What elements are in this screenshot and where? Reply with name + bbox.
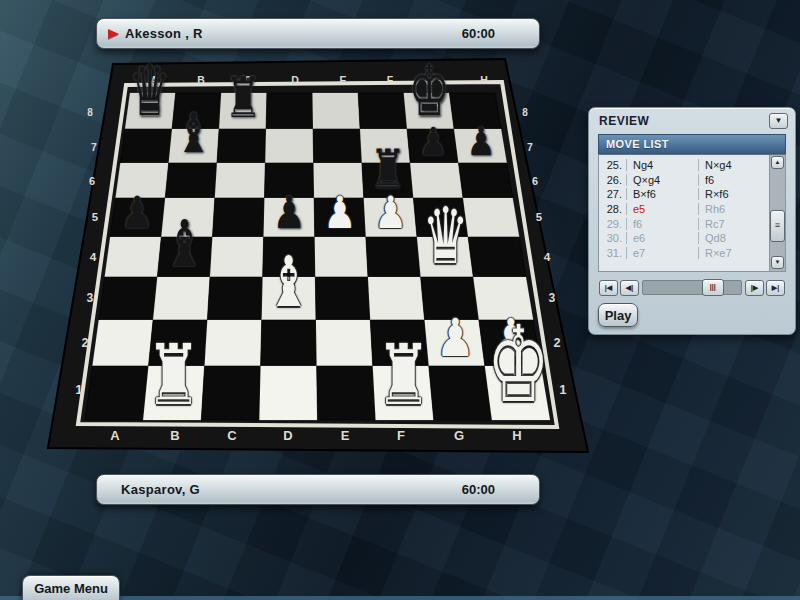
bottom-player-bar: Kasparov, G 60:00 (96, 474, 540, 505)
board-coordinate-label: 1 (75, 382, 82, 397)
square-e4[interactable] (315, 237, 368, 277)
square-g2[interactable] (425, 320, 485, 366)
move-row: 28.e5Rh6 (599, 202, 769, 217)
app-window: AABBCCDDEEFFGGHH8877665544332211 ♛♜♚♝♟♟♜… (0, 0, 800, 600)
game-menu-button[interactable]: Game Menu (22, 575, 120, 600)
square-d1[interactable] (259, 366, 317, 420)
square-g5[interactable] (413, 198, 468, 237)
white-move[interactable]: Q×g4 (626, 174, 698, 186)
scroll-down-button[interactable]: ▼ (771, 256, 784, 269)
square-b5[interactable] (161, 198, 215, 237)
square-d4[interactable] (263, 237, 316, 277)
board-coordinate-label: F (387, 74, 394, 86)
square-c2[interactable] (205, 320, 262, 366)
grip-icon: ≡ (775, 220, 780, 230)
square-b7[interactable] (169, 129, 219, 163)
top-player-name: Akesson , R (125, 26, 203, 41)
black-move[interactable]: Qd8 (698, 232, 769, 244)
move-number: 29. (599, 218, 626, 230)
square-a7[interactable] (120, 129, 172, 163)
square-b4[interactable] (157, 237, 212, 277)
skip-to-start-button[interactable]: |◀ (599, 280, 618, 296)
square-h3[interactable] (473, 277, 533, 320)
bottom-player-name: Kasparov, G (121, 482, 200, 497)
white-move[interactable]: Ng4 (626, 159, 698, 171)
board-coordinate-label: E (339, 74, 346, 86)
square-g3[interactable] (421, 277, 479, 320)
square-b2[interactable] (148, 320, 207, 366)
board-coordinate-label: B (197, 74, 205, 86)
square-f5[interactable] (364, 198, 417, 237)
board-coordinate-label: A (150, 74, 158, 86)
board-coordinate-label: 5 (92, 211, 98, 223)
square-e2[interactable] (316, 320, 373, 366)
move-list-scrollbar[interactable]: ▲ ≡ ▼ (769, 155, 785, 271)
square-c7[interactable] (217, 129, 266, 163)
square-c1[interactable] (201, 366, 260, 420)
square-g8[interactable] (404, 93, 454, 129)
move-scrubber: |◀ ◀| ||| |▶ ▶| (598, 279, 786, 296)
board-coordinate-label: 6 (532, 175, 538, 187)
square-h5[interactable] (463, 198, 519, 237)
square-h4[interactable] (468, 237, 526, 277)
move-number: 31. (599, 247, 626, 259)
chevron-down-icon: ▼ (775, 116, 783, 125)
move-number: 25. (599, 159, 626, 171)
scroll-thumb[interactable]: ≡ (770, 210, 785, 242)
square-g6[interactable] (410, 163, 463, 198)
black-move[interactable]: R×e7 (698, 247, 769, 259)
review-panel: REVIEW ▼ MOVE LIST 25.Ng4N×g426.Q×g4f627… (588, 107, 796, 335)
move-row: 26.Q×g4f6 (599, 173, 769, 188)
board-coordinate-label: G (433, 74, 441, 86)
board-coordinate-label: C (227, 428, 237, 443)
square-b8[interactable] (172, 93, 221, 129)
square-d3[interactable] (262, 277, 316, 320)
board-coordinate-label: B (170, 428, 179, 443)
board-coordinate-label: H (512, 428, 521, 443)
move-row: 25.Ng4N×g4 (599, 158, 769, 173)
board-coordinate-label: 3 (87, 291, 94, 305)
board-coordinate-label: 6 (89, 175, 95, 187)
square-f3[interactable] (368, 277, 425, 320)
square-c5[interactable] (212, 198, 264, 237)
board-coordinate-label: G (454, 428, 464, 443)
move-list: 25.Ng4N×g426.Q×g4f627.B×f6R×f628.e5Rh629… (598, 154, 786, 272)
panel-collapse-button[interactable]: ▼ (769, 113, 788, 129)
square-c3[interactable] (207, 277, 262, 320)
square-h2[interactable] (479, 320, 541, 366)
square-f1[interactable] (373, 366, 434, 420)
move-row: 31.e7R×e7 (599, 246, 769, 261)
bottom-player-clock: 60:00 (462, 482, 495, 497)
square-c6[interactable] (215, 163, 265, 198)
board-coordinate-label: H (480, 74, 488, 86)
white-move[interactable]: B×f6 (626, 188, 698, 200)
arrow-up-icon: ▲ (775, 159, 781, 165)
skip-to-end-button[interactable]: ▶| (766, 280, 785, 296)
move-number: 28. (599, 203, 626, 215)
board-coordinate-label: F (397, 428, 405, 443)
review-title: REVIEW (599, 114, 649, 128)
square-b3[interactable] (153, 277, 210, 320)
square-g4[interactable] (417, 237, 473, 277)
black-move[interactable]: Rh6 (698, 203, 769, 215)
white-move[interactable]: e6 (626, 232, 698, 244)
black-move[interactable]: Rc7 (698, 218, 769, 230)
square-h1[interactable] (485, 366, 550, 420)
board-coordinate-label: 2 (81, 336, 88, 350)
white-move[interactable]: f6 (626, 218, 698, 230)
square-d2[interactable] (261, 320, 317, 366)
square-d8[interactable] (266, 93, 313, 129)
square-f6[interactable] (362, 163, 414, 198)
square-f4[interactable] (366, 237, 421, 277)
board-coordinate-label: C (244, 74, 252, 86)
square-a2[interactable] (92, 320, 153, 366)
square-d6[interactable] (264, 163, 314, 198)
scrubber-thumb[interactable]: ||| (702, 279, 724, 296)
move-number: 30. (599, 232, 626, 244)
board-coordinate-label: 8 (522, 107, 528, 118)
black-move[interactable]: N×g4 (698, 159, 769, 171)
square-a3[interactable] (99, 277, 158, 320)
square-h7[interactable] (454, 129, 507, 163)
square-h6[interactable] (458, 163, 512, 198)
square-f2[interactable] (370, 320, 429, 366)
move-list-title: MOVE LIST (598, 134, 786, 154)
board-coordinate-label: 2 (553, 336, 560, 350)
square-e7[interactable] (313, 129, 362, 163)
scroll-up-button[interactable]: ▲ (771, 156, 784, 169)
move-number: 27. (599, 188, 626, 200)
top-player-clock: 60:00 (462, 26, 495, 41)
square-e3[interactable] (315, 277, 370, 320)
black-move[interactable]: R×f6 (698, 188, 769, 200)
square-d5[interactable] (264, 198, 315, 237)
move-number: 26. (599, 174, 626, 186)
move-list-rows: 25.Ng4N×g426.Q×g4f627.B×f6R×f628.e5Rh629… (599, 155, 769, 271)
square-b6[interactable] (165, 163, 217, 198)
board-coordinate-label: E (341, 428, 350, 443)
board-coordinate-label: 5 (536, 211, 542, 223)
board-coordinate-label: 4 (544, 250, 551, 264)
turn-flag-icon (108, 29, 119, 39)
board-coordinate-label: 8 (87, 107, 93, 118)
square-d7[interactable] (265, 129, 313, 163)
square-f8[interactable] (358, 93, 407, 129)
square-g1[interactable] (429, 366, 492, 420)
board-coordinate-label: 7 (527, 142, 533, 153)
board-coordinate-label: 3 (549, 291, 556, 305)
white-move[interactable]: e7 (626, 247, 698, 259)
white-move[interactable]: e5 (626, 203, 698, 215)
square-a1[interactable] (85, 366, 148, 420)
square-c8[interactable] (219, 93, 267, 129)
play-button[interactable]: Play (598, 303, 638, 327)
square-a4[interactable] (105, 237, 162, 277)
square-a6[interactable] (116, 163, 169, 198)
scrubber-track[interactable]: ||| (642, 280, 742, 295)
black-move[interactable]: f6 (698, 174, 769, 186)
board-coordinate-label: D (283, 428, 292, 443)
top-player-bar: Akesson , R 60:00 (96, 18, 540, 49)
square-a5[interactable] (110, 198, 165, 237)
square-e8[interactable] (313, 93, 361, 129)
square-a8[interactable] (125, 93, 176, 129)
square-c4[interactable] (210, 237, 264, 277)
review-header: REVIEW ▼ (589, 108, 795, 134)
square-h8[interactable] (449, 93, 501, 129)
square-e6[interactable] (314, 163, 364, 198)
square-e5[interactable] (314, 198, 366, 237)
square-b1[interactable] (143, 366, 204, 420)
square-g7[interactable] (407, 129, 458, 163)
board-coordinate-label: 4 (90, 250, 97, 264)
step-back-button[interactable]: ◀| (620, 280, 639, 296)
board-coordinate-label: D (291, 74, 299, 86)
board-coordinate-label: 1 (559, 382, 566, 397)
square-e1[interactable] (317, 366, 376, 420)
square-f7[interactable] (360, 129, 410, 163)
move-row: 29.f6Rc7 (599, 216, 769, 231)
step-forward-button[interactable]: |▶ (745, 280, 764, 296)
board-coordinate-label: A (110, 428, 120, 443)
move-row: 30.e6Qd8 (599, 231, 769, 246)
move-row: 27.B×f6R×f6 (599, 187, 769, 202)
board-coordinate-label: 7 (91, 142, 97, 153)
arrow-down-icon: ▼ (775, 259, 781, 265)
